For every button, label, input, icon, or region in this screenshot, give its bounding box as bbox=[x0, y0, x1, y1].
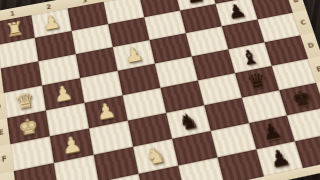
piece-black-bishop[interactable]: ♝ bbox=[238, 46, 262, 68]
piece-white-queen[interactable]: ♛ bbox=[14, 89, 36, 113]
chess-board: 12345678A♜♟♟AB♟BC♟CD♛♟♝DE♚♟♛EF♟♞♚FG♞♟GH♟… bbox=[0, 0, 320, 180]
piece-white-pawn[interactable]: ♟ bbox=[122, 43, 145, 65]
piece-black-pawn[interactable]: ♟ bbox=[266, 145, 292, 170]
piece-black-pawn[interactable]: ♟ bbox=[259, 119, 284, 144]
piece-black-pawn[interactable]: ♟ bbox=[184, 0, 206, 6]
piece-black-king[interactable]: ♚ bbox=[289, 86, 314, 110]
chess-board-wrapper: 12345678A♜♟♟AB♟BC♟CD♛♟♝DE♚♟♛EF♟♞♚FG♞♟GH♟… bbox=[0, 0, 320, 180]
piece-white-pawn[interactable]: ♟ bbox=[94, 99, 117, 123]
piece-black-pawn[interactable]: ♟ bbox=[225, 0, 248, 21]
piece-black-queen[interactable]: ♛ bbox=[245, 69, 269, 92]
piece-white-knight[interactable]: ♞ bbox=[143, 142, 167, 167]
piece-white-pawn[interactable]: ♟ bbox=[60, 132, 83, 157]
piece-white-rook[interactable]: ♜ bbox=[4, 18, 25, 39]
piece-white-pawn[interactable]: ♟ bbox=[41, 11, 62, 32]
piece-white-king[interactable]: ♚ bbox=[17, 114, 40, 138]
piece-white-pawn[interactable]: ♟ bbox=[52, 81, 74, 104]
piece-black-knight[interactable]: ♞ bbox=[176, 109, 200, 133]
